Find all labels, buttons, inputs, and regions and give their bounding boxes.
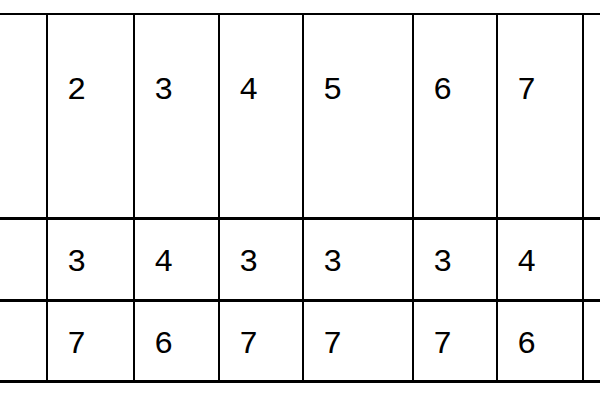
cell-r3c5: 7 [304,302,414,380]
cell-r1c2: 2 [48,15,135,220]
cell-r2c4: 3 [220,220,304,302]
cell-r2c3: 4 [135,220,220,302]
cell-r3c7: 6 [498,302,584,380]
cell-r3c4: 7 [220,302,304,380]
cell-r1c7: 7 [498,15,584,220]
cell-r1c3: 3 [135,15,220,220]
cell-r1c8-cropped [584,15,600,220]
cell-r3c1-cropped [0,302,48,380]
cell-r1c4: 4 [220,15,304,220]
cell-r2c5: 3 [304,220,414,302]
number-table: 2 3 4 5 6 7 3 4 3 3 3 4 7 6 7 7 7 6 [0,13,600,383]
cell-r1c6: 6 [414,15,498,220]
cell-r3c6: 7 [414,302,498,380]
screenshot-root: 2 3 4 5 6 7 3 4 3 3 3 4 7 6 7 7 7 6 [0,0,600,400]
cell-r2c1-cropped [0,220,48,302]
cell-r3c8-cropped [584,302,600,380]
cell-r1c1-cropped [0,15,48,220]
cell-r2c8-cropped [584,220,600,302]
cell-r1c5: 5 [304,15,414,220]
cell-r2c2: 3 [48,220,135,302]
cell-r2c6: 3 [414,220,498,302]
cell-r2c7: 4 [498,220,584,302]
cell-r3c3: 6 [135,302,220,380]
cell-r3c2: 7 [48,302,135,380]
